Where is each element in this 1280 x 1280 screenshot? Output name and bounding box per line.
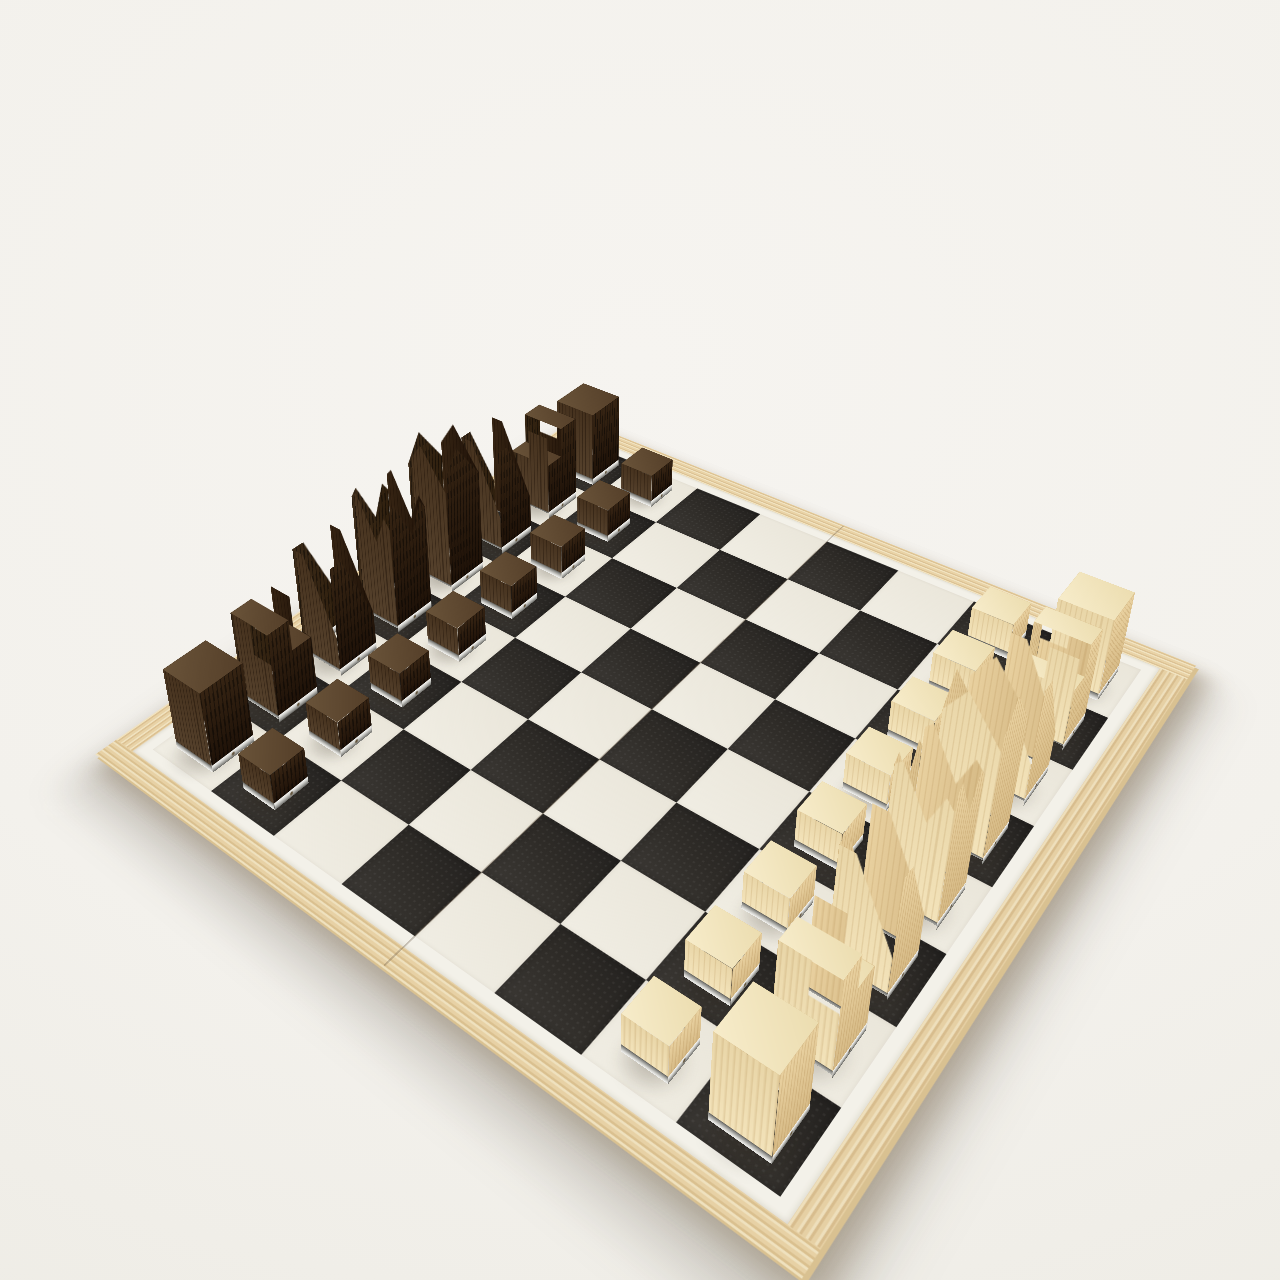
chess-board: ♜♞♝♛♚♝♞♜♟♟♟♟♟♟♟♟♙♙♙♙♙♙♙♙♖♘♗♕♔♗♘♖	[95, 418, 1196, 1279]
chess-set-scene: ♜♞♝♛♚♝♞♜♟♟♟♟♟♟♟♟♙♙♙♙♙♙♙♙♖♘♗♕♔♗♘♖	[0, 0, 1280, 1280]
studio-backdrop: ♜♞♝♛♚♝♞♜♟♟♟♟♟♟♟♟♙♙♙♙♙♙♙♙♖♘♗♕♔♗♘♖	[0, 0, 1280, 1280]
